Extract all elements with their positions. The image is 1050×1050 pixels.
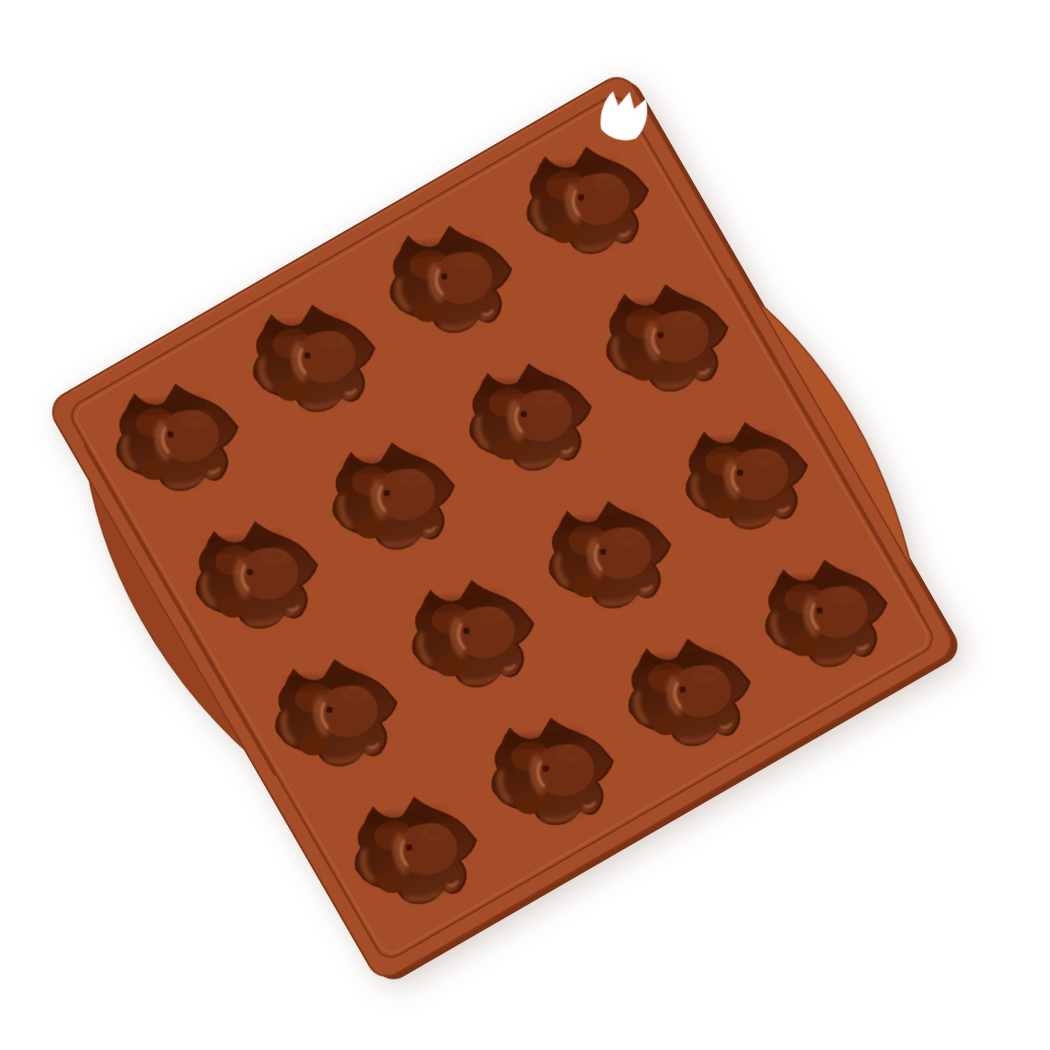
- mold-tray-group: [25, 58, 983, 1000]
- product-photo-canvas: [0, 0, 1050, 1050]
- tray-surface: [46, 71, 959, 984]
- silicone-mold-tray: [0, 0, 1040, 1050]
